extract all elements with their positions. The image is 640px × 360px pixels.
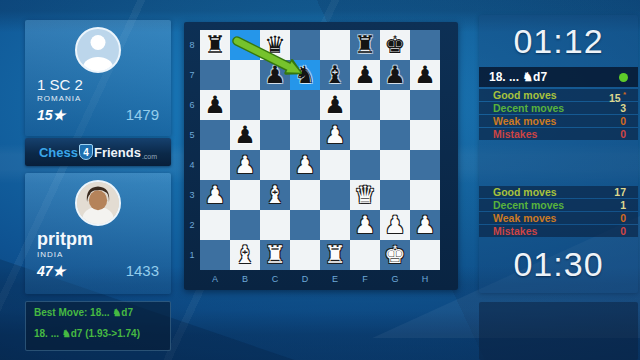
square-b8[interactable] bbox=[230, 30, 260, 60]
square-h4[interactable] bbox=[410, 150, 440, 180]
black-rook-a8: ♜ bbox=[200, 30, 230, 60]
square-b4[interactable]: ♟ bbox=[230, 150, 260, 180]
opponent-rating: 1479 bbox=[126, 106, 159, 123]
rank-label-2: 2 bbox=[184, 210, 200, 240]
black-pawn-b5: ♟ bbox=[230, 120, 260, 150]
black-queen-c8: ♛ bbox=[260, 30, 290, 60]
logo-text-com: .com bbox=[142, 153, 157, 166]
square-f1[interactable] bbox=[350, 240, 380, 270]
square-g7[interactable]: ♟ bbox=[380, 60, 410, 90]
square-a2[interactable] bbox=[200, 210, 230, 240]
player-move-stats: Good moves17Decent moves1Weak moves0Mist… bbox=[479, 186, 638, 237]
opponent-avatar bbox=[75, 27, 121, 73]
square-h5[interactable] bbox=[410, 120, 440, 150]
player-panel: pritpm INDIA 47★ 1433 bbox=[25, 173, 171, 294]
game-screen: 1 SC 2 ROMANIA 15★ 1479 Chess4Friends.co… bbox=[0, 0, 640, 360]
square-f6[interactable] bbox=[350, 90, 380, 120]
square-b1[interactable]: ♝ bbox=[230, 240, 260, 270]
square-e4[interactable] bbox=[320, 150, 350, 180]
opponent-name: 1 SC 2 bbox=[37, 76, 159, 93]
white-pawn-d4: ♟ bbox=[290, 150, 320, 180]
black-pawn-f7: ♟ bbox=[350, 60, 380, 90]
square-c3[interactable]: ♝ bbox=[260, 180, 290, 210]
white-king-g1: ♚ bbox=[380, 240, 410, 270]
square-e1[interactable]: ♜ bbox=[320, 240, 350, 270]
player-avatar bbox=[75, 180, 121, 226]
square-c1[interactable]: ♜ bbox=[260, 240, 290, 270]
square-g8[interactable]: ♚ bbox=[380, 30, 410, 60]
rank-label-7: 7 bbox=[184, 60, 200, 90]
square-d7[interactable]: ♞ bbox=[290, 60, 320, 90]
square-f4[interactable] bbox=[350, 150, 380, 180]
black-king-g8: ♚ bbox=[380, 30, 410, 60]
square-g5[interactable] bbox=[380, 120, 410, 150]
best-move-text: Best Move: 18... ♞d7 bbox=[34, 307, 162, 319]
player-country: INDIA bbox=[37, 250, 159, 259]
square-d3[interactable] bbox=[290, 180, 320, 210]
file-labels: ABCDEFGH bbox=[200, 272, 440, 286]
black-pawn-a6: ♟ bbox=[200, 90, 230, 120]
square-c5[interactable] bbox=[260, 120, 290, 150]
black-rook-f8: ♜ bbox=[350, 30, 380, 60]
stat-row-good: Good moves17 bbox=[479, 186, 638, 198]
square-e8[interactable] bbox=[320, 30, 350, 60]
square-f5[interactable] bbox=[350, 120, 380, 150]
square-g1[interactable]: ♚ bbox=[380, 240, 410, 270]
white-bishop-b1: ♝ bbox=[230, 240, 260, 270]
rank-label-5: 5 bbox=[184, 120, 200, 150]
square-a6[interactable]: ♟ bbox=[200, 90, 230, 120]
white-rook-e1: ♜ bbox=[320, 240, 350, 270]
file-label-c: C bbox=[260, 272, 290, 286]
stat-row-weak: Weak moves0 bbox=[479, 212, 638, 224]
best-move-panel: Best Move: 18... ♞d7 18. ... ♞d7 (1.93->… bbox=[25, 301, 171, 351]
white-pawn-g2: ♟ bbox=[380, 210, 410, 240]
square-c6[interactable] bbox=[260, 90, 290, 120]
square-h6[interactable] bbox=[410, 90, 440, 120]
square-f8[interactable]: ♜ bbox=[350, 30, 380, 60]
opponent-panel: 1 SC 2 ROMANIA 15★ 1479 bbox=[25, 20, 171, 136]
stat-row-good: Good moves15 * bbox=[479, 89, 638, 101]
black-knight-d7: ♞ bbox=[290, 60, 320, 90]
stat-row-weak: Weak moves0 bbox=[479, 115, 638, 127]
player-name: pritpm bbox=[37, 229, 159, 249]
square-a7[interactable] bbox=[200, 60, 230, 90]
black-pawn-c7: ♟ bbox=[260, 60, 290, 90]
white-pawn-a3: ♟ bbox=[200, 180, 230, 210]
square-b6[interactable] bbox=[230, 90, 260, 120]
square-e3[interactable] bbox=[320, 180, 350, 210]
square-b2[interactable] bbox=[230, 210, 260, 240]
player-stars: 47★ bbox=[37, 263, 65, 279]
file-label-g: G bbox=[380, 272, 410, 286]
black-bishop-e7: ♝ bbox=[320, 60, 350, 90]
square-d4[interactable]: ♟ bbox=[290, 150, 320, 180]
square-e7[interactable]: ♝ bbox=[320, 60, 350, 90]
rank-label-1: 1 bbox=[184, 240, 200, 270]
square-f7[interactable]: ♟ bbox=[350, 60, 380, 90]
game-info-panel: 01:12 18. ... ♞d7 Good moves15 *Decent m… bbox=[479, 15, 638, 293]
square-c7[interactable]: ♟ bbox=[260, 60, 290, 90]
square-c2[interactable] bbox=[260, 210, 290, 240]
file-label-h: H bbox=[410, 272, 440, 286]
last-move-text: 18. ... ♞d7 bbox=[489, 70, 547, 84]
player-clock: 01:30 bbox=[479, 238, 638, 290]
square-d2[interactable] bbox=[290, 210, 320, 240]
square-a4[interactable] bbox=[200, 150, 230, 180]
white-bishop-c3: ♝ bbox=[260, 180, 290, 210]
opponent-move-stats: Good moves15 *Decent moves3Weak moves0Mi… bbox=[479, 89, 638, 140]
square-a8[interactable]: ♜ bbox=[200, 30, 230, 60]
file-label-a: A bbox=[200, 272, 230, 286]
stat-row-mistake: Mistakes0 bbox=[479, 128, 638, 140]
square-g6[interactable] bbox=[380, 90, 410, 120]
black-pawn-g7: ♟ bbox=[380, 60, 410, 90]
rank-label-8: 8 bbox=[184, 30, 200, 60]
board-squares[interactable]: ♜♛♜♚♟♞♝♟♟♟♟♟♟♟♟♟♟♝♛♟♟♟♝♜♜♚ bbox=[200, 30, 440, 270]
square-d5[interactable] bbox=[290, 120, 320, 150]
file-label-d: D bbox=[290, 272, 320, 286]
rank-label-3: 3 bbox=[184, 180, 200, 210]
square-a5[interactable] bbox=[200, 120, 230, 150]
square-b7[interactable] bbox=[230, 60, 260, 90]
square-a1[interactable] bbox=[200, 240, 230, 270]
square-e5[interactable]: ♟ bbox=[320, 120, 350, 150]
rank-label-6: 6 bbox=[184, 90, 200, 120]
square-d1[interactable] bbox=[290, 240, 320, 270]
square-g4[interactable] bbox=[380, 150, 410, 180]
file-label-b: B bbox=[230, 272, 260, 286]
logo-text-chess: Chess bbox=[39, 145, 78, 160]
square-g3[interactable] bbox=[380, 180, 410, 210]
chess-board: 87654321 ♜♛♜♚♟♞♝♟♟♟♟♟♟♟♟♟♟♝♛♟♟♟♝♜♜♚ ABCD… bbox=[184, 22, 458, 290]
logo-shield-icon: 4 bbox=[79, 144, 93, 160]
white-queen-f3: ♛ bbox=[350, 180, 380, 210]
square-h7[interactable]: ♟ bbox=[410, 60, 440, 90]
rank-label-4: 4 bbox=[184, 150, 200, 180]
last-move-header: 18. ... ♞d7 bbox=[479, 67, 638, 87]
square-a3[interactable]: ♟ bbox=[200, 180, 230, 210]
white-pawn-f2: ♟ bbox=[350, 210, 380, 240]
player-rating: 1433 bbox=[126, 262, 159, 279]
white-pawn-e5: ♟ bbox=[320, 120, 350, 150]
square-d6[interactable] bbox=[290, 90, 320, 120]
opponent-country: ROMANIA bbox=[37, 94, 159, 103]
square-d8[interactable] bbox=[290, 30, 320, 60]
chess4friends-logo: Chess4Friends.com bbox=[25, 138, 171, 166]
opponent-stars: 15★ bbox=[37, 107, 65, 123]
square-b5[interactable]: ♟ bbox=[230, 120, 260, 150]
square-h2[interactable]: ♟ bbox=[410, 210, 440, 240]
logo-text-friends: Friends bbox=[94, 145, 141, 160]
bottom-right-panel bbox=[479, 302, 638, 360]
square-h3[interactable] bbox=[410, 180, 440, 210]
square-f2[interactable]: ♟ bbox=[350, 210, 380, 240]
square-e2[interactable] bbox=[320, 210, 350, 240]
white-pawn-b4: ♟ bbox=[230, 150, 260, 180]
stat-row-mistake: Mistakes0 bbox=[479, 225, 638, 237]
online-status-dot bbox=[619, 73, 628, 82]
square-e6[interactable]: ♟ bbox=[320, 90, 350, 120]
square-h1[interactable] bbox=[410, 240, 440, 270]
stat-row-decent: Decent moves1 bbox=[479, 199, 638, 211]
square-g2[interactable]: ♟ bbox=[380, 210, 410, 240]
opponent-clock: 01:12 bbox=[479, 15, 638, 67]
rank-labels: 87654321 bbox=[184, 30, 200, 270]
square-h8[interactable] bbox=[410, 30, 440, 60]
black-pawn-e6: ♟ bbox=[320, 90, 350, 120]
file-label-f: F bbox=[350, 272, 380, 286]
white-rook-c1: ♜ bbox=[260, 240, 290, 270]
black-pawn-h7: ♟ bbox=[410, 60, 440, 90]
square-c8[interactable]: ♛ bbox=[260, 30, 290, 60]
file-label-e: E bbox=[320, 272, 350, 286]
white-pawn-h2: ♟ bbox=[410, 210, 440, 240]
square-b3[interactable] bbox=[230, 180, 260, 210]
eval-change-text: 18. ... ♞d7 (1.93->1.74) bbox=[34, 328, 162, 340]
square-c4[interactable] bbox=[260, 150, 290, 180]
stat-row-decent: Decent moves3 bbox=[479, 102, 638, 114]
square-f3[interactable]: ♛ bbox=[350, 180, 380, 210]
